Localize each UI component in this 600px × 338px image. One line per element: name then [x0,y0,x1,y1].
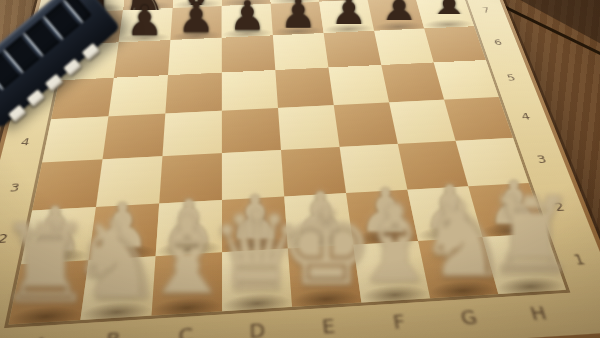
file-label-b: B [74,316,152,338]
square-e4 [278,105,340,150]
square-b6 [114,40,171,78]
square-d6 [222,35,276,72]
square-b5 [108,75,168,116]
rank-label-2: 2 [0,210,32,266]
rank-label-text: 4 [20,136,31,146]
rank-label-text: 7 [481,6,491,13]
square-d5 [222,70,278,111]
square-e5 [275,67,333,108]
square-h5 [434,60,499,100]
file-label-e: E [292,303,368,338]
file-label-text: D [249,322,267,338]
square-c5 [165,73,222,114]
rank-label-text: 5 [506,73,517,82]
square-c4 [162,111,221,156]
rank-label-text: 2 [0,231,10,244]
square-f6 [324,31,382,68]
file-label-text: C [178,327,194,338]
rank-label-4: 4 [0,119,51,164]
square-d1: ♛ [222,249,292,312]
square-c3 [159,153,222,203]
rank-label-text: 1 [572,253,587,267]
rank-label-3: 3 [513,136,572,183]
rank-label-text: 3 [535,153,548,164]
square-h7: ♟ [416,0,474,29]
file-label-h: H [498,290,581,338]
square-d4 [222,108,281,153]
file-label-text: E [321,318,337,337]
stage: 8♜♞♝♛♚♝♞♜87♟♟♟♟♟♟♟♟7665544332♟♟♟♟♟♟♟♟21♜… [0,0,600,338]
square-a4 [42,116,108,162]
file-label-text: B [105,331,123,338]
file-label-text: G [459,309,480,328]
rank-label-text: 6 [493,38,503,46]
rank-label-text: 3 [9,181,21,193]
square-a3 [32,159,102,210]
square-e3 [281,147,346,197]
file-label-d: D [222,307,295,338]
file-label-text: F [392,313,408,332]
square-h6 [424,26,486,62]
rank-label-text: 4 [520,111,532,121]
square-b4 [103,114,166,160]
rank-label-text: 2 [553,200,566,212]
square-f2: ♟ [346,190,418,245]
file-label-f: F [361,298,439,338]
rank-label-1: 1 [546,231,600,290]
square-f1: ♝ [353,241,430,303]
square-f5 [328,65,389,105]
square-c6 [168,38,222,75]
square-h2: ♟ [468,183,546,237]
rank-label-6: 6 [474,25,523,60]
square-h3 [456,138,529,187]
square-g4 [389,100,455,144]
file-label-text: H [528,304,550,323]
rank-label-2: 2 [529,181,592,234]
square-f3 [340,144,408,193]
square-d3 [222,150,284,200]
square-b3 [96,156,162,207]
square-h4 [444,97,513,141]
file-label-c: C [148,311,222,338]
square-f4 [334,102,398,146]
square-e6 [273,33,329,70]
